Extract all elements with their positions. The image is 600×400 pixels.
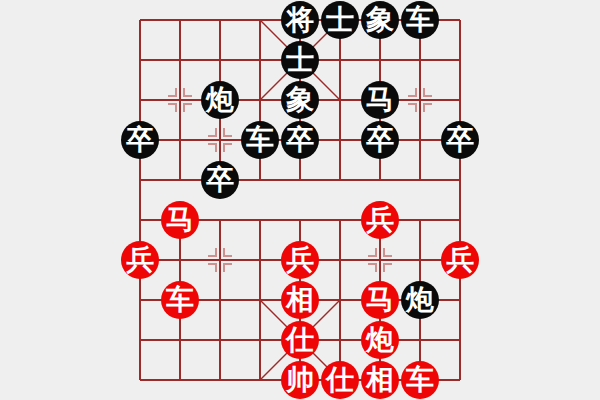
piece-red-仕[interactable]: 仕 bbox=[321, 361, 359, 399]
piece-black-卒[interactable]: 卒 bbox=[121, 121, 159, 159]
piece-black-象[interactable]: 象 bbox=[281, 81, 319, 119]
piece-black-炮[interactable]: 炮 bbox=[401, 281, 439, 319]
piece-black-卒[interactable]: 卒 bbox=[361, 121, 399, 159]
piece-red-兵[interactable]: 兵 bbox=[441, 241, 479, 279]
piece-red-车[interactable]: 车 bbox=[401, 361, 439, 399]
piece-black-车[interactable]: 车 bbox=[401, 1, 439, 39]
xiangqi-app: 将士象车士炮象马卒车卒卒卒卒马兵兵兵兵车相马炮仕炮帅仕相车 bbox=[0, 0, 600, 400]
piece-black-士[interactable]: 士 bbox=[281, 41, 319, 79]
piece-red-兵[interactable]: 兵 bbox=[281, 241, 319, 279]
piece-red-马[interactable]: 马 bbox=[361, 281, 399, 319]
piece-black-车[interactable]: 车 bbox=[241, 121, 279, 159]
piece-black-马[interactable]: 马 bbox=[361, 81, 399, 119]
piece-black-卒[interactable]: 卒 bbox=[201, 161, 239, 199]
piece-black-将[interactable]: 将 bbox=[281, 1, 319, 39]
piece-black-士[interactable]: 士 bbox=[321, 1, 359, 39]
piece-red-帅[interactable]: 帅 bbox=[281, 361, 319, 399]
piece-black-炮[interactable]: 炮 bbox=[201, 81, 239, 119]
piece-black-卒[interactable]: 卒 bbox=[441, 121, 479, 159]
piece-red-车[interactable]: 车 bbox=[161, 281, 199, 319]
piece-red-马[interactable]: 马 bbox=[161, 201, 199, 239]
piece-red-炮[interactable]: 炮 bbox=[361, 321, 399, 359]
piece-red-相[interactable]: 相 bbox=[281, 281, 319, 319]
piece-red-仕[interactable]: 仕 bbox=[281, 321, 319, 359]
piece-red-兵[interactable]: 兵 bbox=[121, 241, 159, 279]
xiangqi-board: 将士象车士炮象马卒车卒卒卒卒马兵兵兵兵车相马炮仕炮帅仕相车 bbox=[120, 0, 480, 400]
piece-red-兵[interactable]: 兵 bbox=[361, 201, 399, 239]
piece-black-卒[interactable]: 卒 bbox=[281, 121, 319, 159]
piece-black-象[interactable]: 象 bbox=[361, 1, 399, 39]
piece-red-相[interactable]: 相 bbox=[361, 361, 399, 399]
